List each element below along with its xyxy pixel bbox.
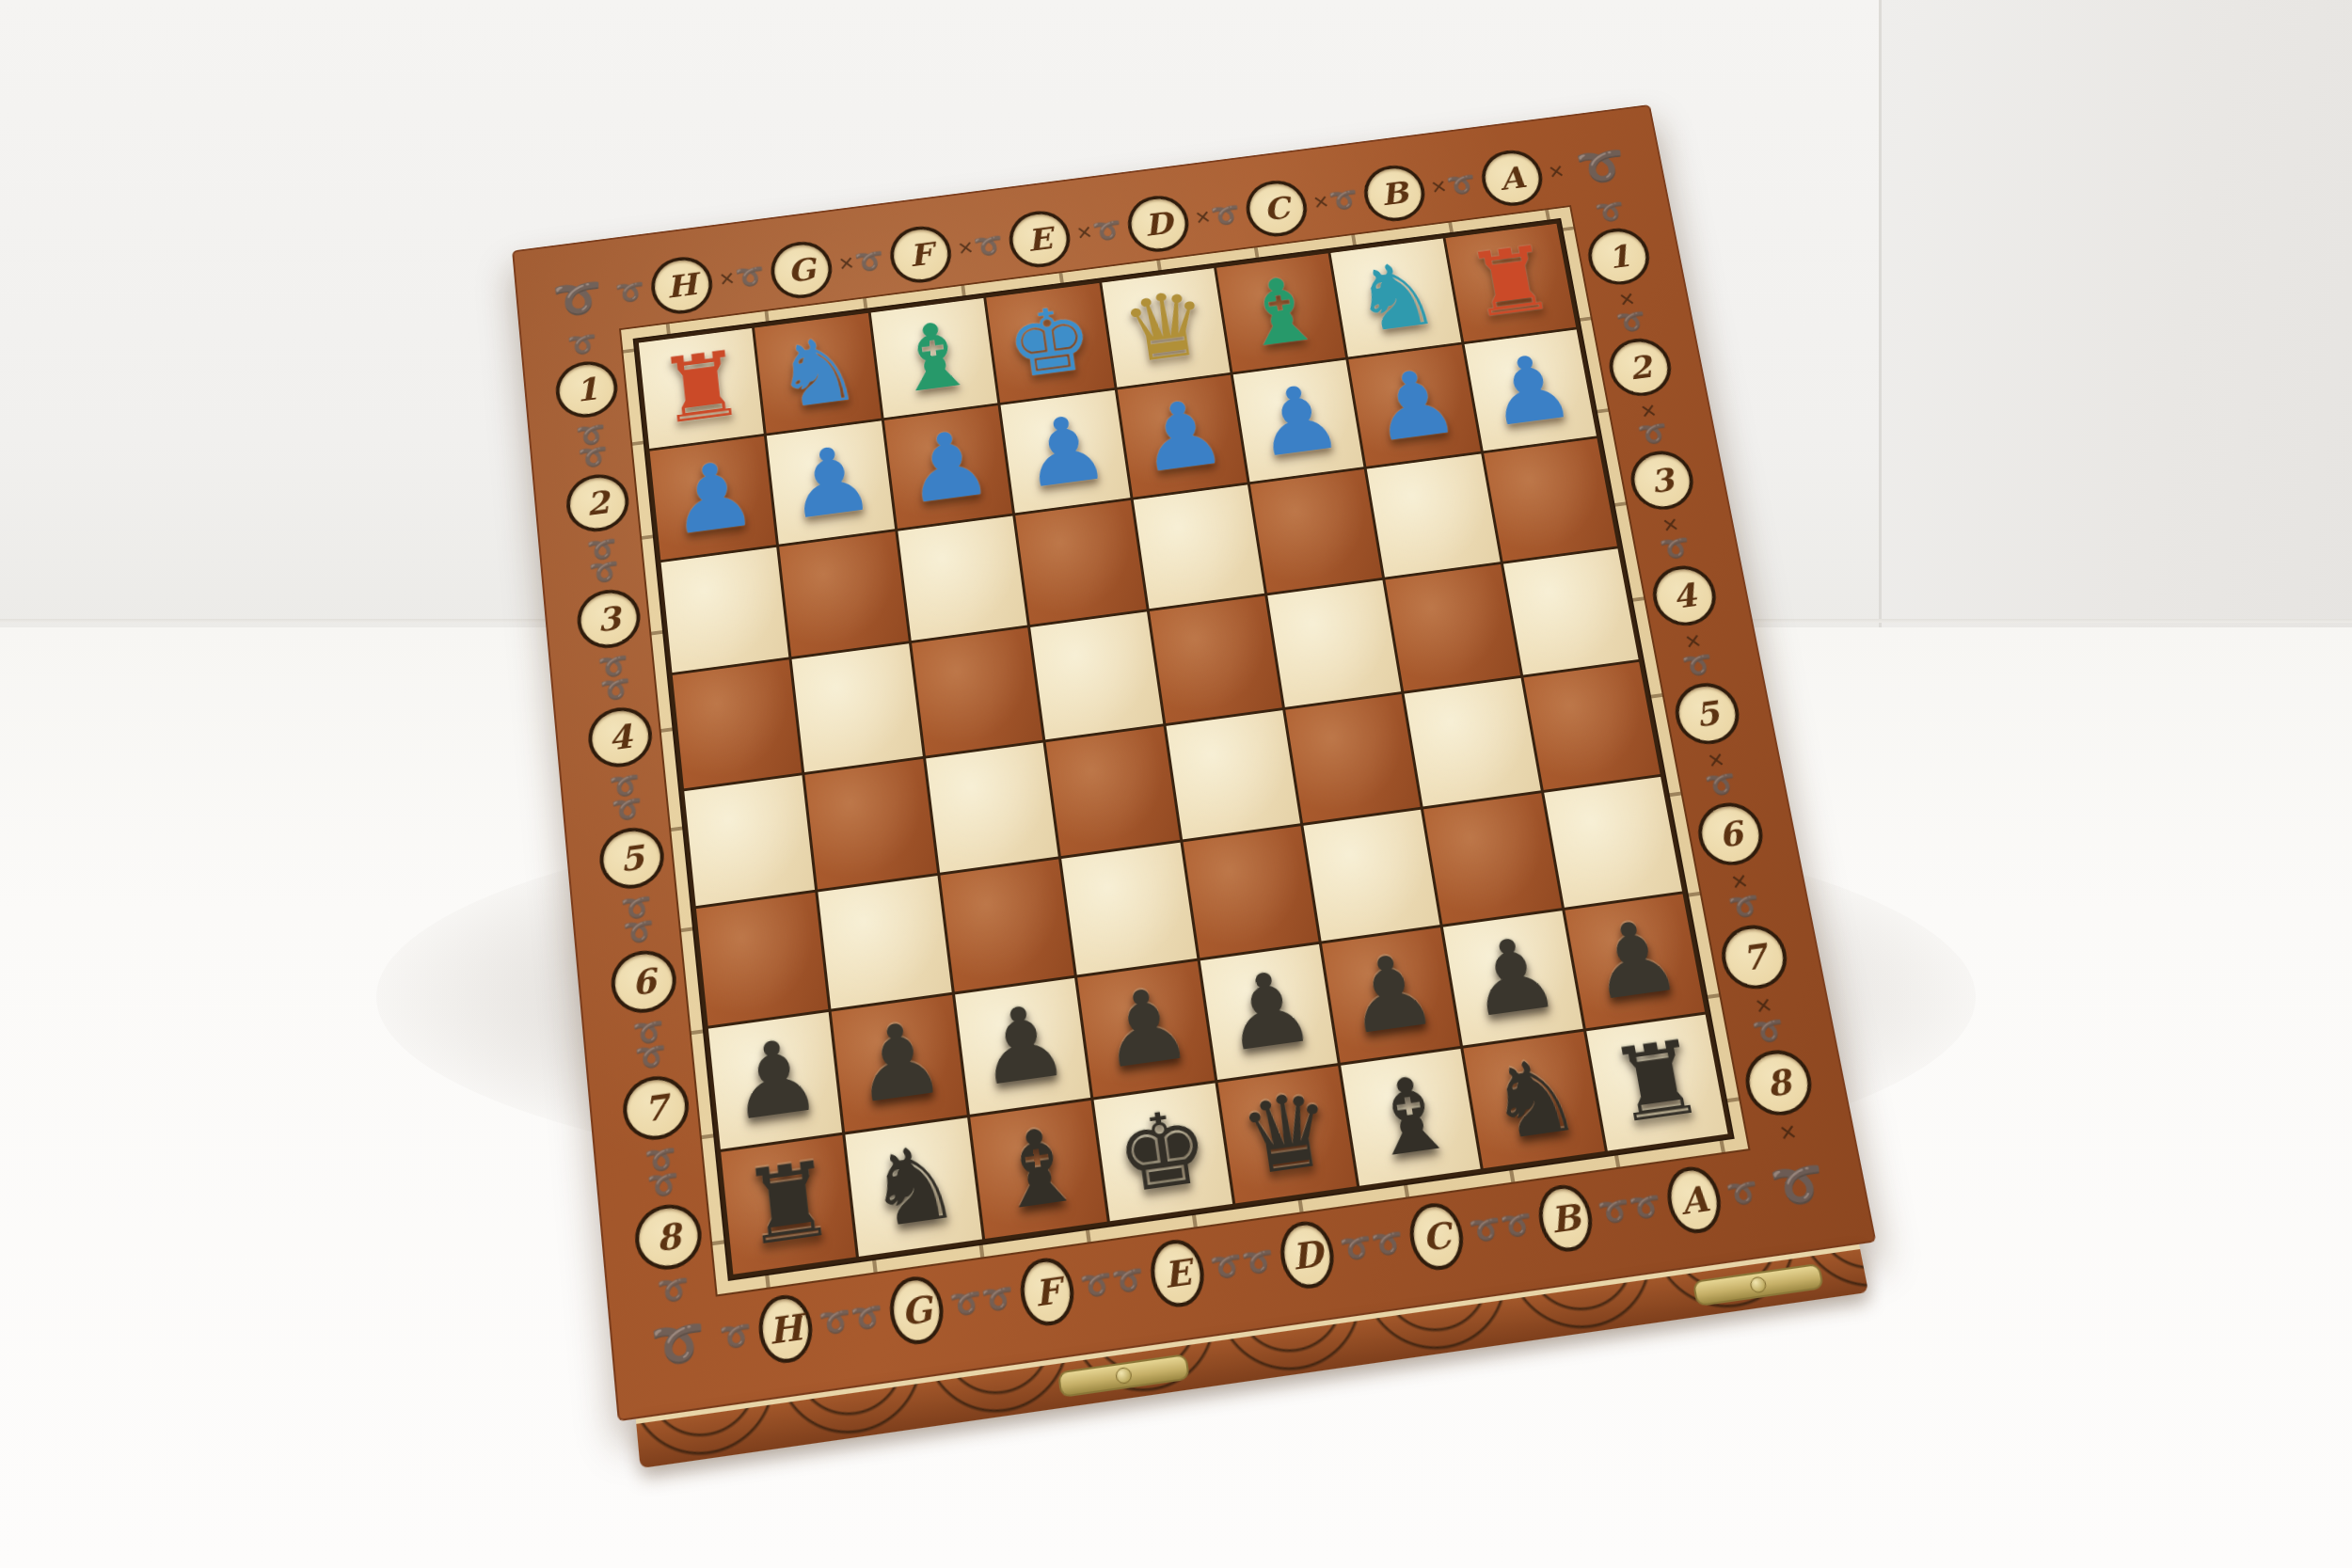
square-d6 xyxy=(1183,826,1318,958)
corner-curl-icon: ➰ xyxy=(1573,142,1629,190)
square-b6 xyxy=(1423,793,1561,925)
square-d8: ♛ xyxy=(1217,1066,1357,1204)
inner-trim: ♜♞♝♚♛♝♞♜♟♟♟♟♟♟♟♟♟♟♟♟♟♟♟♟♜♞♝♚♛♝♞♜ xyxy=(619,205,1751,1297)
border-corner-scroll-icon: ➰ xyxy=(537,260,619,339)
border-scroll-icon: ➰ xyxy=(1597,1196,1632,1227)
square-f4 xyxy=(912,627,1042,755)
rank-label-right-1: 1 xyxy=(1583,225,1654,288)
square-a2: ♟ xyxy=(1464,330,1597,451)
file-label-bottom-e-cell: ➰E➰ xyxy=(1106,1223,1248,1323)
square-c5 xyxy=(1285,693,1421,822)
file-label-top-e: E xyxy=(1006,208,1073,271)
border-scroll-icon: ➰ xyxy=(1680,652,1714,679)
square-h3 xyxy=(661,547,789,673)
border-scroll-icon: ➰ xyxy=(646,1170,680,1199)
square-d4 xyxy=(1149,596,1281,723)
white-pawn: ♟ xyxy=(1016,401,1115,502)
square-c1: ♝ xyxy=(1216,253,1345,372)
white-bishop: ♝ xyxy=(886,309,983,408)
border-corner-scroll-icon: ➰ xyxy=(1558,128,1645,205)
square-a4 xyxy=(1503,548,1639,674)
square-b7: ♟ xyxy=(1443,911,1582,1045)
border-scroll-icon: ➰ xyxy=(1370,1228,1406,1259)
black-pawn: ♟ xyxy=(1460,923,1566,1034)
border-cross-icon: ✕ xyxy=(1617,290,1637,310)
border-scroll-icon: ➰ xyxy=(1468,1214,1503,1244)
board-frame: ➰➰H✕➰G✕➰F✕➰E✕➰D✕➰C✕➰B✕➰A✕➰➰1➰♜♞♝♚♛♝♞♜♟♟♟… xyxy=(512,104,1876,1421)
border-corner-scroll-icon: ➰ xyxy=(633,1297,723,1392)
file-label-bottom-g: G xyxy=(887,1274,946,1348)
square-d2: ♟ xyxy=(1117,375,1247,498)
border-cross-icon: ✕ xyxy=(1661,515,1681,536)
studio-wall-corner xyxy=(1879,0,2352,721)
square-g1: ♞ xyxy=(755,313,881,434)
black-pawn: ♟ xyxy=(1338,939,1443,1051)
file-label-bottom-e: E xyxy=(1147,1236,1208,1310)
square-c4 xyxy=(1267,580,1401,707)
border-scroll-icon: ➰ xyxy=(1445,172,1477,197)
square-b8: ♞ xyxy=(1464,1031,1605,1168)
square-g8: ♞ xyxy=(846,1117,982,1257)
square-b2: ♟ xyxy=(1349,345,1481,467)
black-pawn: ♟ xyxy=(848,1006,950,1119)
border-scroll-icon: ➰ xyxy=(1704,770,1739,798)
square-e3 xyxy=(1015,500,1146,626)
corner-curl-icon: ➰ xyxy=(649,1315,708,1374)
square-b1: ♞ xyxy=(1331,239,1461,357)
border-scroll-icon: ➰ xyxy=(1727,892,1762,920)
rank-label-left-6: 6 xyxy=(609,946,679,1017)
black-pawn: ♟ xyxy=(724,1024,826,1137)
square-d1: ♛ xyxy=(1102,268,1231,388)
file-label-bottom-f-cell: ➰F➰ xyxy=(977,1242,1118,1342)
white-queen: ♛ xyxy=(1117,278,1215,377)
border-scroll-icon: ➰ xyxy=(734,264,765,290)
file-label-bottom-h-cell: ➰H➰ xyxy=(716,1278,856,1380)
file-label-bottom-h: H xyxy=(756,1291,816,1366)
square-f1: ♝ xyxy=(871,298,998,419)
border-scroll-icon: ➰ xyxy=(1110,1265,1145,1295)
border-scroll-icon: ➰ xyxy=(1499,1211,1534,1241)
border-scroll-icon: ➰ xyxy=(1327,187,1359,212)
border-scroll-icon: ➰ xyxy=(634,1042,668,1071)
border-scroll-icon: ➰ xyxy=(1751,1017,1787,1046)
border-scroll-icon: ➰ xyxy=(614,279,645,305)
border-cross-icon: ✕ xyxy=(1639,402,1659,422)
file-label-bottom-f: F xyxy=(1017,1255,1077,1329)
rank-label-right-7: 7 xyxy=(1716,921,1792,993)
white-bishop: ♝ xyxy=(1232,263,1330,362)
file-label-bottom-b-cell: ➰B➰ xyxy=(1494,1168,1637,1268)
border-scroll-icon: ➰ xyxy=(566,332,597,357)
square-h6 xyxy=(696,893,829,1026)
border-cross-icon: ✕ xyxy=(1683,631,1704,653)
file-label-bottom-d: D xyxy=(1277,1218,1338,1291)
rank-label-left-7-cell: ➰7➰ xyxy=(610,1038,703,1178)
black-pawn: ♟ xyxy=(1216,956,1322,1068)
square-d3 xyxy=(1133,484,1264,609)
border-scroll-icon: ➰ xyxy=(853,248,885,274)
square-e1: ♚ xyxy=(986,283,1114,403)
square-a8: ♜ xyxy=(1586,1014,1728,1150)
file-label-top-g: G xyxy=(769,238,835,302)
white-pawn: ♟ xyxy=(782,432,879,533)
square-g5 xyxy=(805,758,937,889)
square-g4 xyxy=(792,643,923,771)
square-e7: ♟ xyxy=(1077,961,1214,1097)
white-knight: ♞ xyxy=(1346,248,1446,347)
black-pawn: ♟ xyxy=(971,990,1074,1102)
border-scroll-icon: ➰ xyxy=(1209,1251,1244,1281)
playing-grid: ♜♞♝♚♛♝♞♜♟♟♟♟♟♟♟♟♟♟♟♟♟♟♟♟♜♞♝♚♛♝♞♜ xyxy=(633,218,1735,1281)
rank-label-left-8-cell: ➰8➰ xyxy=(622,1166,716,1308)
square-f8: ♝ xyxy=(970,1101,1107,1240)
square-f3 xyxy=(898,515,1027,641)
border-scroll-icon: ➰ xyxy=(1614,309,1647,334)
square-f5 xyxy=(926,742,1058,873)
square-d7: ♟ xyxy=(1200,944,1337,1080)
black-knight: ♞ xyxy=(1480,1043,1588,1157)
border-scroll-icon: ➰ xyxy=(599,675,631,703)
white-knight: ♞ xyxy=(770,324,866,423)
border-scroll-icon: ➰ xyxy=(818,1307,852,1337)
file-label-top-h: H xyxy=(649,254,715,318)
black-knight: ♞ xyxy=(862,1130,965,1245)
rank-label-left-6-cell: ➰6➰ xyxy=(598,914,691,1050)
file-label-bottom-a-cell: ➰A➰ xyxy=(1623,1150,1766,1250)
square-f7: ♟ xyxy=(955,978,1090,1114)
square-a3 xyxy=(1484,438,1617,562)
rank-label-left-3: 3 xyxy=(575,586,644,652)
square-h5 xyxy=(684,775,815,906)
border-scroll-icon: ➰ xyxy=(578,444,610,470)
rank-label-left-3-cell: ➰3➰ xyxy=(564,556,653,683)
file-label-bottom-d-cell: ➰D➰ xyxy=(1236,1205,1378,1306)
square-c8: ♝ xyxy=(1341,1049,1481,1186)
rank-label-left-1: 1 xyxy=(553,357,620,420)
rank-label-right-2: 2 xyxy=(1604,335,1676,400)
square-a5 xyxy=(1523,661,1661,790)
white-pawn: ♟ xyxy=(899,417,997,518)
square-a6 xyxy=(1544,777,1682,908)
square-b5 xyxy=(1405,677,1541,806)
white-rook: ♜ xyxy=(1460,233,1560,331)
white-pawn: ♟ xyxy=(1133,386,1232,486)
square-g7: ♟ xyxy=(832,995,966,1132)
black-queen: ♛ xyxy=(1233,1077,1340,1191)
square-d5 xyxy=(1166,710,1300,840)
file-label-top-b: B xyxy=(1360,162,1429,225)
border-scroll-icon: ➰ xyxy=(850,1302,884,1332)
square-g3 xyxy=(780,531,909,657)
file-label-top-a: A xyxy=(1478,147,1547,209)
chess-board-scene: ➰➰H✕➰G✕➰F✕➰E✕➰D✕➰C✕➰B✕➰A✕➰➰1➰♜♞♝♚♛♝♞♜♟♟♟… xyxy=(568,113,1784,1374)
border-cross-icon: ✕ xyxy=(1777,1121,1799,1145)
square-e2: ♟ xyxy=(1001,390,1130,513)
border-scroll-icon: ➰ xyxy=(1240,1247,1275,1277)
rank-label-left-7: 7 xyxy=(620,1072,691,1145)
square-e6 xyxy=(1061,843,1197,975)
square-b4 xyxy=(1386,564,1520,690)
square-h8: ♜ xyxy=(721,1134,856,1274)
border-scroll-icon: ➰ xyxy=(1636,420,1669,446)
file-label-top-f: F xyxy=(887,223,954,286)
border-scroll-icon: ➰ xyxy=(1091,218,1123,243)
square-c3 xyxy=(1250,469,1383,594)
border-scroll-icon: ➰ xyxy=(588,559,620,585)
border-cross-icon: ✕ xyxy=(1729,871,1750,894)
border-scroll-icon: ➰ xyxy=(719,1321,754,1351)
border-scroll-icon: ➰ xyxy=(1594,199,1627,224)
file-label-top-c: C xyxy=(1243,177,1311,240)
rank-label-left-4: 4 xyxy=(586,704,655,771)
square-g2: ♟ xyxy=(767,421,895,545)
white-king: ♚ xyxy=(1001,293,1098,392)
rank-label-right-6: 6 xyxy=(1693,799,1769,869)
rank-label-right-4: 4 xyxy=(1647,562,1721,630)
white-pawn: ♟ xyxy=(1248,371,1348,471)
file-label-top-d: D xyxy=(1124,192,1192,255)
border-scroll-icon: ➰ xyxy=(1079,1270,1114,1300)
border-cross-icon: ✕ xyxy=(718,269,737,289)
rank-label-left-5: 5 xyxy=(597,824,667,893)
corner-curl-icon: ➰ xyxy=(1767,1156,1829,1213)
square-e4 xyxy=(1030,612,1162,739)
square-c7: ♟ xyxy=(1322,927,1460,1062)
black-rook: ♜ xyxy=(737,1147,840,1262)
square-a1: ♜ xyxy=(1445,224,1576,342)
square-c6 xyxy=(1303,810,1439,942)
border-scroll-icon: ➰ xyxy=(1628,1192,1663,1221)
rank-label-right-3: 3 xyxy=(1626,448,1698,514)
square-f2: ♟ xyxy=(884,405,1012,528)
coordinate-border: ➰➰H✕➰G✕➰F✕➰E✕➰D✕➰C✕➰B✕➰A✕➰➰1➰♜♞♝♚♛♝♞♜♟♟♟… xyxy=(537,128,1847,1391)
border-cross-icon: ✕ xyxy=(1753,995,1774,1018)
brass-latch-right xyxy=(1692,1263,1824,1307)
border-cross-icon: ✕ xyxy=(837,254,856,274)
square-g6 xyxy=(818,876,952,1009)
border-scroll-icon: ➰ xyxy=(1339,1233,1374,1263)
file-label-bottom-a: A xyxy=(1662,1164,1725,1237)
black-pawn: ♟ xyxy=(1093,973,1198,1085)
border-scroll-icon: ➰ xyxy=(1659,535,1692,562)
rank-label-right-8: 8 xyxy=(1740,1046,1818,1119)
square-c2: ♟ xyxy=(1233,360,1364,482)
rank-label-left-2-cell: ➰2➰ xyxy=(554,441,642,566)
rank-label-left-2: 2 xyxy=(564,470,631,535)
square-e5 xyxy=(1046,726,1180,856)
photo-scene: ➰➰H✕➰G✕➰F✕➰E✕➰D✕➰C✕➰B✕➰A✕➰➰1➰♜♞♝♚♛♝♞♜♟♟♟… xyxy=(0,0,2352,1568)
file-label-bottom-c-cell: ➰C➰ xyxy=(1365,1187,1507,1287)
corner-curl-icon: ➰ xyxy=(551,275,605,324)
black-rook: ♜ xyxy=(1602,1026,1710,1139)
square-a7: ♟ xyxy=(1565,895,1705,1028)
white-pawn: ♟ xyxy=(1480,341,1581,440)
square-e8: ♚ xyxy=(1094,1083,1232,1221)
rank-label-right-5: 5 xyxy=(1670,679,1744,748)
white-pawn: ♟ xyxy=(665,447,761,549)
square-b3 xyxy=(1367,453,1500,577)
rank-label-left-5-cell: ➰5➰ xyxy=(587,792,678,925)
square-h2: ♟ xyxy=(650,436,777,560)
rank-label-left-8: 8 xyxy=(632,1200,705,1274)
file-label-bottom-c: C xyxy=(1406,1200,1468,1274)
rank-label-left-1-cell: ➰1➰ xyxy=(544,328,630,451)
square-f6 xyxy=(940,859,1074,991)
chess-board: ➰➰H✕➰G✕➰F✕➰E✕➰D✕➰C✕➰B✕➰A✕➰➰1➰♜♞♝♚♛♝♞♜♟♟♟… xyxy=(512,104,1885,1471)
brass-latch-left xyxy=(1057,1354,1190,1398)
white-pawn: ♟ xyxy=(1364,356,1465,456)
file-label-bottom-g-cell: ➰G➰ xyxy=(847,1259,987,1361)
black-king: ♚ xyxy=(1110,1095,1216,1210)
border-scroll-icon: ➰ xyxy=(980,1284,1015,1314)
square-h7: ♟ xyxy=(708,1012,842,1148)
border-scroll-icon: ➰ xyxy=(973,233,1005,259)
square-h4 xyxy=(673,659,803,787)
border-scroll-icon: ➰ xyxy=(1724,1179,1760,1208)
white-rook: ♜ xyxy=(654,339,749,438)
border-scroll-icon: ➰ xyxy=(623,917,656,945)
border-cross-icon: ✕ xyxy=(1706,750,1726,771)
border-scroll-icon: ➰ xyxy=(611,795,644,822)
black-pawn: ♟ xyxy=(1581,906,1688,1017)
black-bishop: ♝ xyxy=(1357,1060,1464,1174)
file-label-bottom-b: B xyxy=(1534,1181,1597,1255)
square-h1: ♜ xyxy=(639,328,764,449)
border-corner-scroll-icon: ➰ xyxy=(1751,1139,1847,1231)
black-bishop: ♝ xyxy=(986,1112,1090,1227)
rank-label-left-4-cell: ➰4➰ xyxy=(576,673,665,802)
border-scroll-icon: ➰ xyxy=(948,1289,983,1319)
border-scroll-icon: ➰ xyxy=(1210,202,1242,227)
